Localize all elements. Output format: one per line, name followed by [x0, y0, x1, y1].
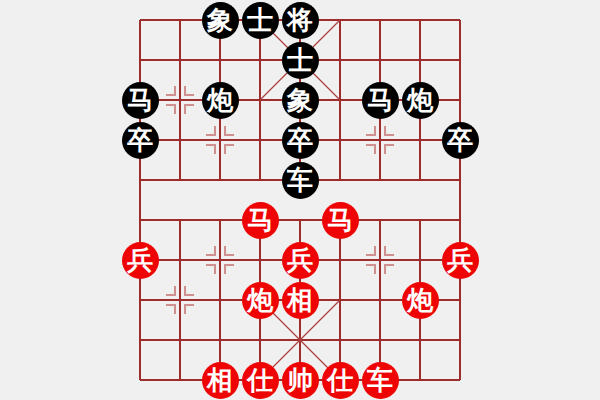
board-point-4-4: 车 — [280, 160, 320, 200]
piece-red-advisor[interactable]: 仕 — [242, 362, 279, 399]
piece-black-elephant[interactable]: 象 — [282, 82, 319, 119]
piece-red-soldier[interactable]: 兵 — [282, 242, 319, 279]
piece-red-elephant[interactable]: 相 — [202, 362, 239, 399]
piece-black-advisor[interactable]: 士 — [242, 2, 279, 39]
board-point-0-6: 兵 — [120, 240, 160, 280]
piece-black-horse[interactable]: 马 — [362, 82, 399, 119]
piece-red-soldier[interactable]: 兵 — [122, 242, 159, 279]
board-point-3-5: 马 — [240, 200, 280, 240]
board-point-3-0: 士 — [240, 0, 280, 40]
piece-red-soldier[interactable]: 兵 — [442, 242, 479, 279]
piece-black-soldier[interactable]: 卒 — [442, 122, 479, 159]
board-point-2-9: 相 — [200, 360, 240, 400]
board-point-7-7: 炮 — [400, 280, 440, 320]
board-point-8-6: 兵 — [440, 240, 480, 280]
piece-red-cannon[interactable]: 炮 — [402, 282, 439, 319]
piece-black-advisor[interactable]: 士 — [282, 42, 319, 79]
board-point-2-0: 象 — [200, 0, 240, 40]
board-point-4-2: 象 — [280, 80, 320, 120]
board-point-7-2: 炮 — [400, 80, 440, 120]
board-point-8-3: 卒 — [440, 120, 480, 160]
xiangqi-pieces-grid: 象士将士马炮象马炮卒卒卒车马马兵兵兵炮相炮相仕帅仕车 — [120, 0, 480, 400]
board-point-4-0: 将 — [280, 0, 320, 40]
xiangqi-board-screen: 象士将士马炮象马炮卒卒卒车马马兵兵兵炮相炮相仕帅仕车 — [0, 0, 600, 400]
board-point-4-6: 兵 — [280, 240, 320, 280]
board-point-5-9: 仕 — [320, 360, 360, 400]
piece-red-advisor[interactable]: 仕 — [322, 362, 359, 399]
piece-black-general[interactable]: 将 — [282, 2, 319, 39]
piece-red-horse[interactable]: 马 — [322, 202, 359, 239]
piece-red-general[interactable]: 帅 — [282, 362, 319, 399]
board-point-0-3: 卒 — [120, 120, 160, 160]
board-point-4-7: 相 — [280, 280, 320, 320]
piece-red-chariot[interactable]: 车 — [362, 362, 399, 399]
board-point-0-2: 马 — [120, 80, 160, 120]
piece-black-horse[interactable]: 马 — [122, 82, 159, 119]
piece-black-soldier[interactable]: 卒 — [282, 122, 319, 159]
piece-red-horse[interactable]: 马 — [242, 202, 279, 239]
board-point-3-9: 仕 — [240, 360, 280, 400]
board-point-6-9: 车 — [360, 360, 400, 400]
piece-black-elephant[interactable]: 象 — [202, 2, 239, 39]
piece-red-cannon[interactable]: 炮 — [242, 282, 279, 319]
piece-red-elephant[interactable]: 相 — [282, 282, 319, 319]
board-point-5-5: 马 — [320, 200, 360, 240]
piece-black-cannon[interactable]: 炮 — [202, 82, 239, 119]
board-point-4-9: 帅 — [280, 360, 320, 400]
board-point-6-2: 马 — [360, 80, 400, 120]
board-point-2-2: 炮 — [200, 80, 240, 120]
piece-black-soldier[interactable]: 卒 — [122, 122, 159, 159]
board-point-4-1: 士 — [280, 40, 320, 80]
piece-black-chariot[interactable]: 车 — [282, 162, 319, 199]
piece-black-cannon[interactable]: 炮 — [402, 82, 439, 119]
board-point-4-3: 卒 — [280, 120, 320, 160]
board-point-3-7: 炮 — [240, 280, 280, 320]
